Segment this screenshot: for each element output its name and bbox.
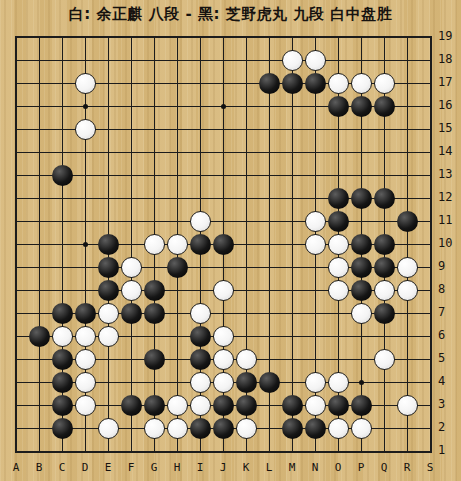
stone-white [75,349,96,370]
stone-black [213,234,234,255]
stone-white [351,73,372,94]
row-label: 9 [438,259,460,273]
stone-black [351,395,372,416]
stone-white [52,326,73,347]
row-label: 13 [438,167,460,181]
game-title: 白: 余正麒 八段 - 黑: 芝野虎丸 九段 白中盘胜 [0,5,461,24]
stone-white [213,372,234,393]
star-point [359,380,364,385]
stone-black [98,257,119,278]
stone-white [328,257,349,278]
row-label: 16 [438,98,460,112]
column-label: C [51,461,74,474]
stone-black [52,372,73,393]
stone-black [121,395,142,416]
stone-white [397,257,418,278]
stone-white [305,50,326,71]
stone-white [236,349,257,370]
column-label: F [120,461,143,474]
column-label: J [212,461,235,474]
star-point [83,104,88,109]
stone-black [328,188,349,209]
stone-white [328,280,349,301]
stone-white [75,119,96,140]
row-label: 15 [438,121,460,135]
stone-black [144,303,165,324]
column-label: D [74,461,97,474]
column-label: H [166,461,189,474]
stone-black [167,257,188,278]
stone-white [328,234,349,255]
stone-white [236,418,257,439]
stone-black [305,73,326,94]
star-point [221,104,226,109]
stone-black [328,96,349,117]
stone-white [75,73,96,94]
stone-black [236,395,257,416]
stone-white [213,349,234,370]
stone-black [52,303,73,324]
stone-black [351,257,372,278]
row-label: 14 [438,144,460,158]
stone-black [374,188,395,209]
stone-black [374,96,395,117]
stone-white [351,418,372,439]
stone-white [98,303,119,324]
stone-black [282,73,303,94]
stone-black [213,418,234,439]
stone-black [52,418,73,439]
stone-white [305,395,326,416]
stone-white [98,418,119,439]
row-label: 8 [438,282,460,296]
stone-white [167,395,188,416]
stone-black [190,326,211,347]
stone-black [144,280,165,301]
column-label: O [327,461,350,474]
row-label: 3 [438,397,460,411]
stone-black [351,234,372,255]
stone-white [328,73,349,94]
stone-white [167,234,188,255]
stone-black [52,165,73,186]
stone-white [351,303,372,324]
stone-white [98,326,119,347]
stone-black [121,303,142,324]
stone-black [351,96,372,117]
row-label: 1 [438,443,460,457]
stone-black [29,326,50,347]
stone-white [397,280,418,301]
stone-black [144,395,165,416]
stone-white [328,372,349,393]
stone-white [374,349,395,370]
column-label: L [258,461,281,474]
stone-white [190,395,211,416]
stone-black [305,418,326,439]
stone-white [190,372,211,393]
column-label: E [97,461,120,474]
stone-black [75,303,96,324]
stone-white [75,395,96,416]
row-label: 2 [438,420,460,434]
stone-white [75,372,96,393]
column-label: M [281,461,304,474]
row-label: 10 [438,236,460,250]
stone-black [98,280,119,301]
column-label: G [143,461,166,474]
stone-white [190,211,211,232]
stone-black [351,280,372,301]
stone-black [213,395,234,416]
stone-white [144,234,165,255]
stone-white [397,395,418,416]
column-label: A [5,461,28,474]
column-label: N [304,461,327,474]
stone-black [52,349,73,370]
stone-white [374,280,395,301]
column-label: S [419,461,442,474]
column-label: P [350,461,373,474]
stone-white [144,418,165,439]
row-label: 6 [438,328,460,342]
row-label: 12 [438,190,460,204]
column-label: I [189,461,212,474]
row-label: 18 [438,52,460,66]
stone-black [190,418,211,439]
row-label: 11 [438,213,460,227]
stone-white [75,326,96,347]
stone-black [190,234,211,255]
row-label: 4 [438,374,460,388]
stone-white [167,418,188,439]
stone-white [121,257,142,278]
column-label: K [235,461,258,474]
stone-black [374,303,395,324]
stone-white [121,280,142,301]
star-point [83,242,88,247]
stone-black [259,73,280,94]
stone-white [328,418,349,439]
row-label: 19 [438,29,460,43]
stone-white [213,280,234,301]
stone-black [328,211,349,232]
stone-black [190,349,211,370]
stone-black [374,234,395,255]
stone-white [282,50,303,71]
stone-black [52,395,73,416]
stone-white [213,326,234,347]
stone-black [259,372,280,393]
stone-white [305,211,326,232]
stone-white [374,73,395,94]
stone-black [98,234,119,255]
stone-black [374,257,395,278]
stone-white [190,303,211,324]
go-diagram-screen: 白: 余正麒 八段 - 黑: 芝野虎丸 九段 白中盘胜 ABCDEFGHIJKL… [0,0,461,481]
stone-black [328,395,349,416]
stone-white [305,234,326,255]
stone-black [236,372,257,393]
stone-black [351,188,372,209]
row-label: 17 [438,75,460,89]
stone-black [144,349,165,370]
stone-black [282,395,303,416]
column-label: R [396,461,419,474]
column-label: B [28,461,51,474]
row-label: 5 [438,351,460,365]
stone-black [282,418,303,439]
row-label: 7 [438,305,460,319]
stone-black [397,211,418,232]
column-label: Q [373,461,396,474]
stone-white [305,372,326,393]
